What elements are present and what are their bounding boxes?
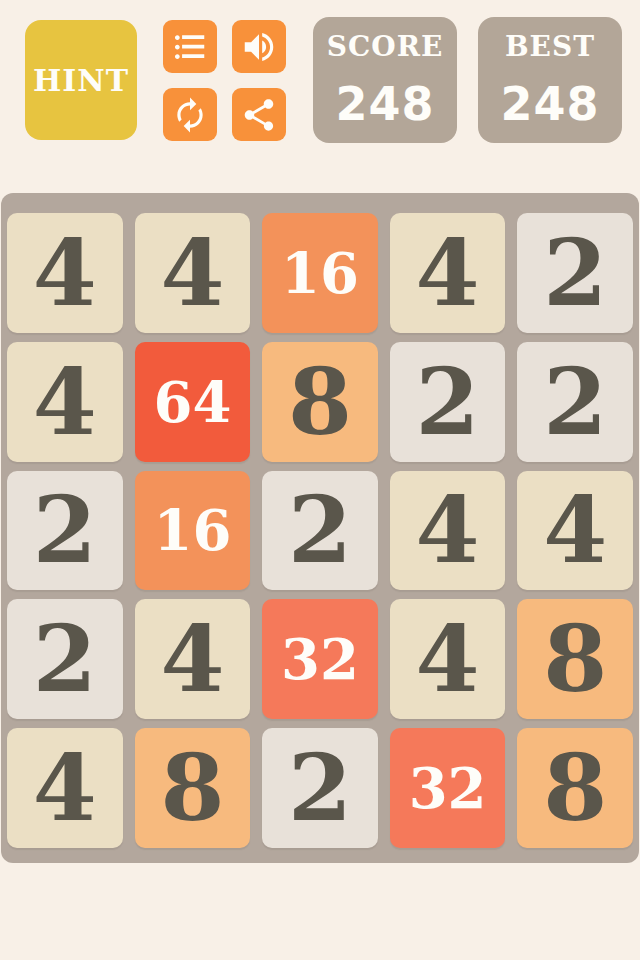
menu-list-button[interactable]	[163, 20, 217, 73]
tile-4: 4	[135, 213, 251, 333]
tile-2: 2	[517, 213, 633, 333]
tile-32: 32	[390, 728, 506, 848]
score-label: SCORE	[327, 33, 444, 61]
tile-8: 8	[517, 728, 633, 848]
refresh-icon	[171, 96, 209, 134]
sound-button[interactable]	[232, 20, 286, 73]
share-button[interactable]	[232, 88, 286, 141]
tile-4: 4	[390, 599, 506, 719]
tile-2: 2	[390, 342, 506, 462]
tile-2: 2	[7, 599, 123, 719]
tile-8: 8	[135, 728, 251, 848]
best-label: BEST	[505, 33, 595, 61]
board-grid[interactable]: 441642464822216244243248482328	[7, 213, 633, 848]
tile-4: 4	[135, 599, 251, 719]
tile-2: 2	[262, 728, 378, 848]
score-panel: SCORE 248	[313, 17, 457, 143]
tile-8: 8	[262, 342, 378, 462]
tile-4: 4	[7, 342, 123, 462]
tile-32: 32	[262, 599, 378, 719]
tile-2: 2	[262, 471, 378, 591]
hint-button[interactable]: HINT	[25, 20, 137, 140]
board[interactable]: 441642464822216244243248482328	[1, 193, 639, 863]
tile-4: 4	[517, 471, 633, 591]
share-icon	[240, 96, 278, 134]
tile-4: 4	[7, 213, 123, 333]
tile-2: 2	[7, 471, 123, 591]
tile-4: 4	[390, 213, 506, 333]
tile-4: 4	[390, 471, 506, 591]
speaker-icon	[240, 28, 278, 66]
tile-16: 16	[262, 213, 378, 333]
tile-2: 2	[517, 342, 633, 462]
tile-64: 64	[135, 342, 251, 462]
tile-16: 16	[135, 471, 251, 591]
restart-button[interactable]	[163, 88, 217, 141]
score-value: 248	[335, 81, 434, 127]
tile-8: 8	[517, 599, 633, 719]
best-panel: BEST 248	[478, 17, 622, 143]
menu-list-icon	[171, 28, 209, 66]
app-screen: HINT SCORE 248 BEST 248	[0, 0, 640, 960]
tile-4: 4	[7, 728, 123, 848]
best-value: 248	[500, 81, 599, 127]
